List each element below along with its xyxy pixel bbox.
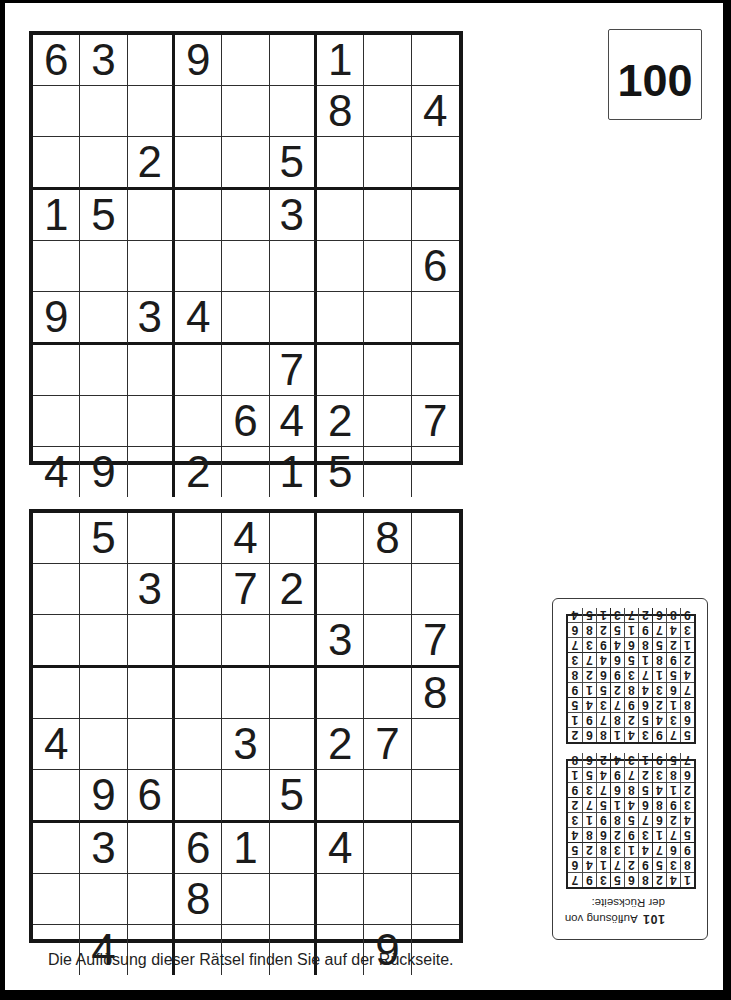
sudoku-cell: [175, 513, 222, 564]
sudoku-cell: 9: [33, 292, 80, 345]
sudoku-cell: 7: [638, 812, 652, 827]
sudoku-cell: [128, 719, 175, 770]
sudoku-cell: 4: [610, 753, 624, 767]
sudoku-cell: [412, 35, 459, 86]
sudoku-cell: 9: [610, 767, 624, 782]
sudoku-cell: [33, 241, 80, 292]
solutions-caption-line2: der Rückseite:: [563, 895, 665, 911]
sudoku-cell: 4: [638, 842, 652, 857]
sudoku-cell: 9: [80, 447, 127, 497]
sudoku-cell: 1: [680, 872, 694, 887]
sudoku-cell: [80, 668, 127, 719]
sudoku-cell: 3: [596, 872, 610, 887]
sudoku-cell: 4: [270, 396, 317, 447]
sudoku-cell: 2: [638, 608, 652, 622]
sudoku-book-page: 6391842515369347642749215 54837237843279…: [0, 0, 731, 1000]
sudoku-cell: 5: [596, 797, 610, 812]
sudoku-cell: [412, 564, 459, 615]
sudoku-cell: 6: [638, 697, 652, 712]
sudoku-cell: [175, 86, 222, 137]
sudoku-cell: 3: [222, 719, 269, 770]
sudoku-cell: [128, 874, 175, 925]
sudoku-cell: 1: [568, 712, 582, 727]
sudoku-cell: 2: [317, 719, 364, 770]
sudoku-cell: 4: [568, 608, 582, 622]
sudoku-cell: 5: [610, 622, 624, 637]
sudoku-cell: [270, 823, 317, 874]
sudoku-cell: [33, 823, 80, 874]
sudoku-cell: [222, 874, 269, 925]
sudoku-cell: 6: [666, 682, 680, 697]
sudoku-cell: 9: [582, 872, 596, 887]
sudoku-cell: 7: [596, 782, 610, 797]
sudoku-cell: 3: [596, 697, 610, 712]
sudoku-cell: 9: [568, 782, 582, 797]
sudoku-cell: [364, 190, 411, 241]
puzzle-number-box: 100: [608, 29, 702, 120]
sudoku-cell: [412, 190, 459, 241]
sudoku-cell: 8: [596, 842, 610, 857]
sudoku-cell: 3: [624, 753, 638, 767]
sudoku-cell: 3: [80, 823, 127, 874]
sudoku-cell: 9: [624, 827, 638, 842]
sudoku-cell: 2: [652, 872, 666, 887]
sudoku-cell: 6: [412, 241, 459, 292]
sudoku-cell: [80, 345, 127, 396]
sudoku-cell: 2: [596, 622, 610, 637]
sudoku-cell: [317, 292, 364, 345]
sudoku-cell: 3: [610, 608, 624, 622]
sudoku-cell: 5: [270, 137, 317, 190]
sudoku-cell: [270, 86, 317, 137]
sudoku-cell: 1: [596, 857, 610, 872]
sudoku-cell: 1: [652, 827, 666, 842]
sudoku-cell: 2: [128, 137, 175, 190]
sudoku-cell: 6: [610, 652, 624, 667]
sudoku-cell: 2: [568, 797, 582, 812]
sudoku-cell: 5: [652, 857, 666, 872]
sudoku-cell: 7: [624, 767, 638, 782]
sudoku-cell: [364, 241, 411, 292]
sudoku-cell: 9: [568, 682, 582, 697]
sudoku-cell: 4: [638, 682, 652, 697]
sudoku-cell: 8: [666, 767, 680, 782]
sudoku-cell: [128, 513, 175, 564]
sudoku-cell: [364, 345, 411, 396]
sudoku-cell: 4: [652, 782, 666, 797]
sudoku-cell: 1: [610, 797, 624, 812]
sudoku-cell: 4: [33, 719, 80, 770]
sudoku-cell: 1: [680, 637, 694, 652]
solutions-caption-number: 101: [643, 912, 665, 926]
sudoku-cell: 7: [680, 753, 694, 767]
sudoku-cell: [412, 137, 459, 190]
sudoku-cell: 4: [624, 727, 638, 742]
sudoku-cell: [222, 137, 269, 190]
sudoku-cell: 5: [270, 770, 317, 823]
sudoku-cell: [33, 86, 80, 137]
sudoku-cell: 8: [624, 782, 638, 797]
sudoku-cell: [364, 137, 411, 190]
sudoku-cell: 7: [568, 637, 582, 652]
sudoku-cell: [364, 35, 411, 86]
sudoku-cell: 6: [582, 727, 596, 742]
sudoku-cell: 8: [364, 513, 411, 564]
sudoku-cell: 2: [666, 812, 680, 827]
sudoku-cell: [175, 668, 222, 719]
sudoku-cell: 9: [680, 608, 694, 622]
sudoku-cell: [175, 190, 222, 241]
sudoku-cell: 1: [666, 697, 680, 712]
sudoku-cell: [80, 564, 127, 615]
sudoku-cell: 7: [638, 667, 652, 682]
sudoku-cell: 1: [568, 767, 582, 782]
sudoku-cell: 4: [33, 447, 80, 497]
sudoku-cell: [33, 345, 80, 396]
sudoku-cell: 6: [596, 827, 610, 842]
sudoku-cell: [222, 770, 269, 823]
sudoku-cell: 9: [80, 770, 127, 823]
sudoku-cell: 3: [638, 727, 652, 742]
sudoku-cell: 9: [624, 697, 638, 712]
sudoku-cell: 9: [610, 667, 624, 682]
sudoku-cell: [364, 615, 411, 668]
sudoku-cell: 7: [610, 697, 624, 712]
sudoku-cell: 8: [610, 712, 624, 727]
sudoku-cell: 9: [652, 727, 666, 742]
sudoku-cell: [175, 241, 222, 292]
sudoku-cell: [80, 874, 127, 925]
sudoku-cell: 3: [680, 622, 694, 637]
sudoku-cell: 8: [680, 857, 694, 872]
sudoku-cell: [128, 190, 175, 241]
sudoku-cell: [364, 823, 411, 874]
sudoku-cell: 4: [666, 622, 680, 637]
sudoku-cell: 8: [652, 797, 666, 812]
sudoku-cell: [222, 447, 269, 497]
sudoku-cell: 9: [666, 652, 680, 667]
sudoku-grid-top: 6391842515369347642749215: [29, 31, 463, 465]
sudoku-cell: [317, 137, 364, 190]
sudoku-cell: 4: [582, 697, 596, 712]
sudoku-cell: 2: [270, 564, 317, 615]
sudoku-cell: [33, 668, 80, 719]
sudoku-cell: 7: [624, 608, 638, 622]
sudoku-cell: [364, 874, 411, 925]
sudoku-cell: [128, 241, 175, 292]
sudoku-cell: [80, 292, 127, 345]
sudoku-cell: 4: [175, 292, 222, 345]
sudoku-cell: [270, 874, 317, 925]
sudoku-cell: 6: [624, 872, 638, 887]
sudoku-cell: 6: [568, 857, 582, 872]
sudoku-cell: [222, 615, 269, 668]
sudoku-cell: 7: [680, 682, 694, 697]
sudoku-cell: [317, 513, 364, 564]
sudoku-cell: 8: [638, 637, 652, 652]
sudoku-cell: [33, 615, 80, 668]
sudoku-cell: 8: [582, 827, 596, 842]
sudoku-cell: [412, 447, 459, 497]
sudoku-cell: 1: [596, 608, 610, 622]
solutions-caption-text1: Auflösung von: [565, 913, 638, 925]
sudoku-cell: 7: [412, 615, 459, 668]
sudoku-cell: 8: [317, 86, 364, 137]
sudoku-cell: 2: [610, 682, 624, 697]
sudoku-cell: 4: [680, 812, 694, 827]
sudoku-cell: 7: [652, 622, 666, 637]
sudoku-cell: 2: [680, 652, 694, 667]
sudoku-cell: 5: [80, 513, 127, 564]
sudoku-cell: 6: [652, 608, 666, 622]
sudoku-cell: 6: [624, 637, 638, 652]
sudoku-cell: [80, 241, 127, 292]
sudoku-cell: 2: [624, 857, 638, 872]
sudoku-cell: 4: [412, 86, 459, 137]
sudoku-cell: 4: [582, 857, 596, 872]
sudoku-cell: [222, 190, 269, 241]
sudoku-cell: [33, 770, 80, 823]
sudoku-cell: [412, 345, 459, 396]
sudoku-cell: 7: [270, 345, 317, 396]
sudoku-cell: [364, 564, 411, 615]
sudoku-cell: 8: [666, 608, 680, 622]
solution-grid-upper: 5793418626345287918126973457634825194517…: [566, 614, 696, 744]
sudoku-cell: 2: [610, 827, 624, 842]
sudoku-cell: 9: [652, 753, 666, 767]
sudoku-cell: [412, 874, 459, 925]
sudoku-cell: 3: [610, 842, 624, 857]
sudoku-cell: 3: [638, 827, 652, 842]
sudoku-cell: 6: [680, 767, 694, 782]
sudoku-cell: 4: [666, 872, 680, 887]
sudoku-cell: 7: [412, 396, 459, 447]
sudoku-cell: 1: [638, 652, 652, 667]
sudoku-cell: [317, 668, 364, 719]
sudoku-cell: 6: [652, 812, 666, 827]
sudoku-cell: 6: [175, 823, 222, 874]
sudoku-cell: 7: [652, 842, 666, 857]
sudoku-cell: 6: [666, 842, 680, 857]
sudoku-cell: 4: [680, 667, 694, 682]
sudoku-cell: [222, 35, 269, 86]
sudoku-cell: 9: [666, 797, 680, 812]
sudoku-cell: 6: [582, 753, 596, 767]
sudoku-cell: 1: [610, 727, 624, 742]
sudoku-cell: 4: [610, 637, 624, 652]
sudoku-cell: 7: [596, 712, 610, 727]
sudoku-cell: [317, 874, 364, 925]
sudoku-cell: 7: [582, 797, 596, 812]
sudoku-cell: 6: [596, 667, 610, 682]
sudoku-cell: 4: [652, 712, 666, 727]
sudoku-cell: [128, 615, 175, 668]
sudoku-cell: 9: [638, 857, 652, 872]
sudoku-cell: 5: [582, 767, 596, 782]
sudoku-cell: [364, 292, 411, 345]
sudoku-cell: [270, 292, 317, 345]
sudoku-cell: 8: [652, 652, 666, 667]
sudoku-cell: [364, 86, 411, 137]
sudoku-cell: [175, 719, 222, 770]
sudoku-cell: 3: [568, 652, 582, 667]
sudoku-cell: 5: [596, 682, 610, 697]
sudoku-cell: 1: [624, 842, 638, 857]
sudoku-cell: 8: [582, 622, 596, 637]
sudoku-cell: [175, 396, 222, 447]
sudoku-cell: 3: [652, 682, 666, 697]
sudoku-cell: 1: [582, 682, 596, 697]
sudoku-cell: 1: [317, 35, 364, 86]
sudoku-cell: [33, 137, 80, 190]
sudoku-cell: 6: [568, 622, 582, 637]
sudoku-cell: 3: [624, 667, 638, 682]
sudoku-cell: 5: [638, 712, 652, 727]
sudoku-cell: [364, 668, 411, 719]
sudoku-cell: 5: [568, 842, 582, 857]
puzzle-number-label: 100: [617, 55, 692, 107]
sudoku-cell: 8: [175, 874, 222, 925]
sudoku-cell: 5: [568, 697, 582, 712]
sudoku-cell: 5: [624, 652, 638, 667]
sudoku-cell: 8: [680, 697, 694, 712]
sudoku-cell: 6: [610, 782, 624, 797]
sudoku-cell: 8: [624, 682, 638, 697]
sudoku-cell: [364, 447, 411, 497]
sudoku-cell: 7: [568, 872, 582, 887]
sudoku-cell: [175, 345, 222, 396]
sudoku-cell: 3: [680, 797, 694, 812]
sudoku-grid-bottom: 54837237843279653614849: [29, 509, 463, 943]
sudoku-cell: [270, 35, 317, 86]
sudoku-cell: [80, 615, 127, 668]
sudoku-cell: [222, 668, 269, 719]
sudoku-cell: [222, 292, 269, 345]
sudoku-cell: 2: [175, 447, 222, 497]
sudoku-cell: [412, 770, 459, 823]
sudoku-cell: [33, 513, 80, 564]
sudoku-cell: 9: [596, 812, 610, 827]
sudoku-cell: [128, 35, 175, 86]
sudoku-cell: 4: [568, 827, 582, 842]
sudoku-cell: 8: [568, 753, 582, 767]
sudoku-cell: 1: [582, 812, 596, 827]
sudoku-cell: 3: [582, 637, 596, 652]
sudoku-cell: [364, 396, 411, 447]
sudoku-cell: [33, 396, 80, 447]
sudoku-cell: [270, 615, 317, 668]
sudoku-cell: 4: [317, 823, 364, 874]
sudoku-cell: 5: [680, 727, 694, 742]
sudoku-cell: 3: [128, 564, 175, 615]
sudoku-cell: 8: [610, 812, 624, 827]
sudoku-cell: 3: [666, 857, 680, 872]
sudoku-cell: [128, 86, 175, 137]
sudoku-cell: [364, 770, 411, 823]
sudoku-cell: [412, 292, 459, 345]
sudoku-cell: 3: [317, 615, 364, 668]
sudoku-cell: 6: [680, 712, 694, 727]
sudoku-cell: [222, 345, 269, 396]
sudoku-cell: 3: [128, 292, 175, 345]
sudoku-cell: [222, 241, 269, 292]
sudoku-cell: 8: [568, 667, 582, 682]
sudoku-cell: [128, 396, 175, 447]
sudoku-cell: [128, 447, 175, 497]
sudoku-cell: [317, 345, 364, 396]
footer-note: Die Auflösung dieser Rätsel finden Sie a…: [48, 951, 454, 969]
sudoku-cell: 2: [582, 667, 596, 682]
sudoku-cell: 2: [652, 697, 666, 712]
sudoku-cell: [80, 719, 127, 770]
sudoku-cell: [80, 137, 127, 190]
solutions-panel: 5793418626345287918126973457634825194517…: [552, 598, 708, 940]
sudoku-cell: [80, 396, 127, 447]
sudoku-cell: 4: [596, 652, 610, 667]
sudoku-cell: 6: [222, 396, 269, 447]
sudoku-cell: 1: [33, 190, 80, 241]
sudoku-cell: 2: [582, 842, 596, 857]
sudoku-cell: 9: [596, 637, 610, 652]
sudoku-cell: 2: [596, 753, 610, 767]
sudoku-cell: [317, 190, 364, 241]
sudoku-cell: [412, 823, 459, 874]
sudoku-cell: 9: [175, 35, 222, 86]
sudoku-cell: 7: [666, 727, 680, 742]
sudoku-cell: 2: [666, 637, 680, 652]
sudoku-cell: [175, 137, 222, 190]
sudoku-cell: 7: [610, 857, 624, 872]
sudoku-cell: 8: [412, 668, 459, 719]
sudoku-cell: 6: [638, 797, 652, 812]
sudoku-cell: [128, 668, 175, 719]
sudoku-cell: 7: [666, 827, 680, 842]
sudoku-cell: 5: [610, 872, 624, 887]
sudoku-cell: 5: [317, 447, 364, 497]
sudoku-cell: 3: [80, 35, 127, 86]
sudoku-cell: 2: [624, 712, 638, 727]
sudoku-cell: 3: [270, 190, 317, 241]
sudoku-cell: 3: [568, 812, 582, 827]
sudoku-cell: [412, 719, 459, 770]
sudoku-cell: 2: [680, 782, 694, 797]
solutions-caption: 101Auflösung von der Rückseite:: [563, 895, 665, 927]
sudoku-cell: 2: [317, 396, 364, 447]
sudoku-cell: 4: [222, 513, 269, 564]
sudoku-cell: 2: [568, 727, 582, 742]
sudoku-cell: 5: [582, 608, 596, 622]
sudoku-cell: [128, 345, 175, 396]
sudoku-cell: [317, 564, 364, 615]
sudoku-cell: 7: [582, 652, 596, 667]
sudoku-cell: 7: [364, 719, 411, 770]
sudoku-cell: [128, 823, 175, 874]
sudoku-cell: 9: [638, 622, 652, 637]
sudoku-cell: 5: [80, 190, 127, 241]
sudoku-cell: 5: [638, 782, 652, 797]
sudoku-cell: [33, 874, 80, 925]
sudoku-cell: 1: [624, 622, 638, 637]
sudoku-cell: 3: [582, 782, 596, 797]
sudoku-cell: 5: [666, 753, 680, 767]
sudoku-cell: [317, 241, 364, 292]
sudoku-cell: [317, 770, 364, 823]
sudoku-cell: [175, 770, 222, 823]
sudoku-cell: 7: [222, 564, 269, 615]
sudoku-cell: 3: [666, 712, 680, 727]
sudoku-cell: [33, 564, 80, 615]
solution-grid-lower: 1428653978359271469674138255713926844267…: [566, 759, 696, 889]
